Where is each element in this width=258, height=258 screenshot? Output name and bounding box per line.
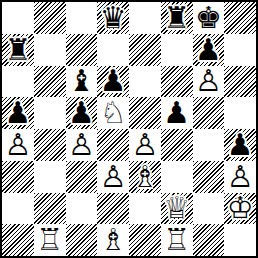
square-e3[interactable]: ♝♗: [129, 161, 161, 193]
piece-halo: ♚: [224, 193, 256, 225]
piece-bp: ♟: [161, 97, 193, 129]
piece-halo: ♜: [34, 224, 66, 256]
piece-bp: ♟: [193, 34, 225, 66]
square-h5[interactable]: [224, 97, 256, 129]
square-g5[interactable]: [193, 97, 225, 129]
square-f6[interactable]: [161, 66, 193, 98]
square-b8[interactable]: [34, 2, 66, 34]
square-g4[interactable]: [193, 129, 225, 161]
square-a5[interactable]: ♟♟: [2, 97, 34, 129]
piece-wb: ♗: [129, 161, 161, 193]
square-c8[interactable]: [66, 2, 98, 34]
square-c4[interactable]: ♟♙: [66, 129, 98, 161]
square-e6[interactable]: [129, 66, 161, 98]
piece-halo: ♟: [193, 66, 225, 98]
piece-wp: ♙: [66, 129, 98, 161]
piece-halo: ♟: [66, 129, 98, 161]
piece-br: ♜: [2, 34, 34, 66]
piece-wp: ♙: [97, 161, 129, 193]
piece-halo: ♜: [161, 224, 193, 256]
piece-bp: ♟: [224, 129, 256, 161]
piece-halo: ♟: [66, 97, 98, 129]
square-e7[interactable]: [129, 34, 161, 66]
square-h7[interactable]: [224, 34, 256, 66]
piece-bp: ♟: [2, 97, 34, 129]
piece-halo: ♜: [2, 34, 34, 66]
piece-wq: ♕: [161, 193, 193, 225]
piece-halo: ♝: [66, 66, 98, 98]
piece-wr: ♖: [34, 224, 66, 256]
piece-wp: ♙: [224, 161, 256, 193]
square-b1[interactable]: ♜♖: [34, 224, 66, 256]
piece-halo: ♟: [97, 66, 129, 98]
piece-halo: ♞: [97, 97, 129, 129]
square-f5[interactable]: ♟♟: [161, 97, 193, 129]
square-a4[interactable]: ♟♙: [2, 129, 34, 161]
piece-wp: ♙: [193, 66, 225, 98]
square-a6[interactable]: [2, 66, 34, 98]
chess-board: ♛♛♜♜♚♚♜♜♟♟♝♝♟♟♟♙♟♟♟♟♞♘♟♟♟♙♟♙♟♙♟♟♟♙♝♗♟♙♛♕…: [0, 0, 258, 258]
square-g2[interactable]: [193, 193, 225, 225]
square-f1[interactable]: ♜♖: [161, 224, 193, 256]
square-c2[interactable]: [66, 193, 98, 225]
square-g6[interactable]: ♟♙: [193, 66, 225, 98]
square-d4[interactable]: [97, 129, 129, 161]
square-b7[interactable]: [34, 34, 66, 66]
piece-halo: ♟: [224, 129, 256, 161]
square-a3[interactable]: [2, 161, 34, 193]
piece-wr: ♖: [161, 224, 193, 256]
square-h2[interactable]: ♚♔: [224, 193, 256, 225]
piece-wk: ♔: [224, 193, 256, 225]
square-c5[interactable]: ♟♟: [66, 97, 98, 129]
square-c6[interactable]: ♝♝: [66, 66, 98, 98]
square-f7[interactable]: [161, 34, 193, 66]
square-g3[interactable]: [193, 161, 225, 193]
piece-halo: ♟: [129, 129, 161, 161]
square-e5[interactable]: [129, 97, 161, 129]
square-h3[interactable]: ♟♙: [224, 161, 256, 193]
square-e8[interactable]: [129, 2, 161, 34]
square-d1[interactable]: ♝♗: [97, 224, 129, 256]
piece-halo: ♛: [161, 193, 193, 225]
piece-wn: ♘: [97, 97, 129, 129]
piece-halo: ♟: [2, 129, 34, 161]
square-c3[interactable]: [66, 161, 98, 193]
square-d3[interactable]: ♟♙: [97, 161, 129, 193]
square-e1[interactable]: [129, 224, 161, 256]
square-f3[interactable]: [161, 161, 193, 193]
chess-diagram: ♛♛♜♜♚♚♜♜♟♟♝♝♟♟♟♙♟♟♟♟♞♘♟♟♟♙♟♙♟♙♟♟♟♙♝♗♟♙♛♕…: [0, 0, 258, 258]
square-f4[interactable]: [161, 129, 193, 161]
piece-bp: ♟: [97, 66, 129, 98]
piece-bq: ♛: [97, 2, 129, 34]
square-b4[interactable]: [34, 129, 66, 161]
piece-halo: ♟: [193, 34, 225, 66]
piece-halo: ♟: [224, 161, 256, 193]
piece-br: ♜: [161, 2, 193, 34]
square-b3[interactable]: [34, 161, 66, 193]
square-a2[interactable]: [2, 193, 34, 225]
piece-halo: ♚: [193, 2, 225, 34]
piece-wp: ♙: [2, 129, 34, 161]
piece-bp: ♟: [66, 97, 98, 129]
square-f8[interactable]: ♜♜: [161, 2, 193, 34]
square-g1[interactable]: [193, 224, 225, 256]
piece-halo: ♝: [129, 161, 161, 193]
square-g7[interactable]: ♟♟: [193, 34, 225, 66]
piece-halo: ♝: [97, 224, 129, 256]
piece-halo: ♟: [161, 97, 193, 129]
piece-halo: ♛: [97, 2, 129, 34]
square-h6[interactable]: [224, 66, 256, 98]
square-f2[interactable]: ♛♕: [161, 193, 193, 225]
square-e2[interactable]: [129, 193, 161, 225]
square-b5[interactable]: [34, 97, 66, 129]
square-d6[interactable]: ♟♟: [97, 66, 129, 98]
square-d5[interactable]: ♞♘: [97, 97, 129, 129]
square-d7[interactable]: [97, 34, 129, 66]
square-h4[interactable]: ♟♟: [224, 129, 256, 161]
square-c1[interactable]: [66, 224, 98, 256]
piece-halo: ♜: [161, 2, 193, 34]
square-b2[interactable]: [34, 193, 66, 225]
square-a7[interactable]: ♜♜: [2, 34, 34, 66]
square-h8[interactable]: [224, 2, 256, 34]
square-g8[interactable]: ♚♚: [193, 2, 225, 34]
square-c7[interactable]: [66, 34, 98, 66]
square-e4[interactable]: ♟♙: [129, 129, 161, 161]
square-a8[interactable]: [2, 2, 34, 34]
piece-bk: ♚: [193, 2, 225, 34]
square-a1[interactable]: [2, 224, 34, 256]
piece-halo: ♟: [97, 161, 129, 193]
square-d2[interactable]: [97, 193, 129, 225]
square-d8[interactable]: ♛♛: [97, 2, 129, 34]
piece-halo: ♟: [2, 97, 34, 129]
square-b6[interactable]: [34, 66, 66, 98]
piece-wb: ♗: [97, 224, 129, 256]
piece-bb: ♝: [66, 66, 98, 98]
square-h1[interactable]: [224, 224, 256, 256]
piece-wp: ♙: [129, 129, 161, 161]
